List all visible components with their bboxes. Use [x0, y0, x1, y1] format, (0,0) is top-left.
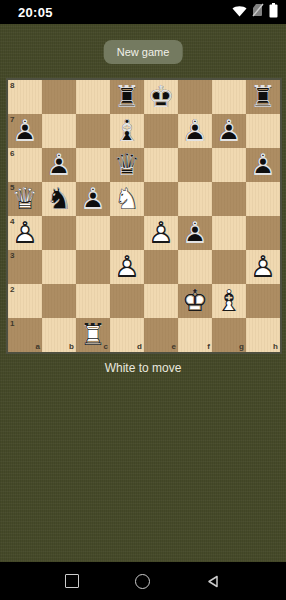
piece-outline-glyph: ♙	[76, 182, 110, 216]
square-a7[interactable]: 7♟♙	[8, 114, 42, 148]
black-pawn[interactable]: ♟♙	[178, 114, 212, 148]
piece-outline-glyph: ♙	[144, 216, 178, 250]
square-d4[interactable]	[110, 216, 144, 250]
square-e8[interactable]: ♚♔	[144, 80, 178, 114]
square-b6[interactable]: ♟♙	[42, 148, 76, 182]
piece-outline-glyph: ♙	[178, 216, 212, 250]
piece-outline-glyph: ♙	[178, 114, 212, 148]
white-king[interactable]: ♚♔	[178, 284, 212, 318]
piece-outline-glyph: ♕	[110, 148, 144, 182]
back-triangle-icon	[206, 574, 221, 589]
square-d2[interactable]	[110, 284, 144, 318]
recents-button[interactable]	[65, 574, 79, 588]
square-h3[interactable]: ♟♙	[246, 250, 280, 284]
back-button[interactable]	[206, 574, 221, 589]
square-f3[interactable]	[178, 250, 212, 284]
square-c3[interactable]	[76, 250, 110, 284]
square-b3[interactable]	[42, 250, 76, 284]
file-label: a	[36, 343, 40, 351]
square-e5[interactable]	[144, 182, 178, 216]
rank-label: 1	[10, 320, 14, 328]
square-icon	[65, 574, 79, 588]
square-c1[interactable]: c♜♖	[76, 318, 110, 352]
piece-outline-glyph: ♙	[212, 114, 246, 148]
piece-outline-glyph: ♙	[42, 148, 76, 182]
status-bar-icons	[232, 3, 278, 22]
file-label: b	[69, 343, 74, 351]
piece-outline-glyph: ♗	[212, 284, 246, 318]
square-h6[interactable]: ♟♙	[246, 148, 280, 182]
no-sim-icon	[252, 3, 264, 21]
circle-icon	[135, 574, 150, 589]
piece-outline-glyph: ♖	[110, 80, 144, 114]
file-label: h	[273, 343, 278, 351]
square-b7[interactable]	[42, 114, 76, 148]
piece-outline-glyph: ♘	[110, 182, 144, 216]
piece-outline-glyph: ♗	[110, 114, 144, 148]
square-h7[interactable]	[246, 114, 280, 148]
square-a3[interactable]: 3	[8, 250, 42, 284]
square-c4[interactable]	[76, 216, 110, 250]
square-b8[interactable]	[42, 80, 76, 114]
white-pawn[interactable]: ♟♙	[144, 216, 178, 250]
rank-label: 7	[10, 116, 14, 124]
turn-indicator: White to move	[0, 361, 286, 375]
square-h4[interactable]	[246, 216, 280, 250]
square-f6[interactable]	[178, 148, 212, 182]
square-h8[interactable]: ♜♖	[246, 80, 280, 114]
wifi-icon	[232, 3, 247, 21]
square-e6[interactable]	[144, 148, 178, 182]
square-d5[interactable]: ♞♘	[110, 182, 144, 216]
rank-label: 3	[10, 252, 14, 260]
black-rook[interactable]: ♜♖	[246, 80, 280, 114]
chess-board[interactable]: 8♜♖♚♔♜♖7♟♙♝♗♟♙♟♙6♟♙♛♕♟♙5♛♕♞♘♟♙♞♘4♟♙♟♙♟♙3…	[6, 78, 282, 354]
square-b4[interactable]	[42, 216, 76, 250]
square-c5[interactable]: ♟♙	[76, 182, 110, 216]
square-h1[interactable]: h	[246, 318, 280, 352]
piece-outline-glyph: ♙	[246, 148, 280, 182]
white-pawn[interactable]: ♟♙	[110, 250, 144, 284]
square-f8[interactable]	[178, 80, 212, 114]
square-f5[interactable]	[178, 182, 212, 216]
file-label: f	[207, 343, 210, 351]
file-label: c	[104, 343, 108, 351]
square-f2[interactable]: ♚♔	[178, 284, 212, 318]
square-a1[interactable]: 1a	[8, 318, 42, 352]
piece-outline-glyph: ♖	[246, 80, 280, 114]
square-h5[interactable]	[246, 182, 280, 216]
black-pawn[interactable]: ♟♙	[246, 148, 280, 182]
rank-label: 2	[10, 286, 14, 294]
piece-outline-glyph: ♔	[144, 80, 178, 114]
square-a5[interactable]: 5♛♕	[8, 182, 42, 216]
square-d1[interactable]: d	[110, 318, 144, 352]
black-queen[interactable]: ♛♕	[110, 148, 144, 182]
black-bishop[interactable]: ♝♗	[110, 114, 144, 148]
clock-time: 20:05	[18, 5, 53, 20]
square-f4[interactable]: ♟♙	[178, 216, 212, 250]
rank-label: 5	[10, 184, 14, 192]
square-c2[interactable]	[76, 284, 110, 318]
square-g7[interactable]: ♟♙	[212, 114, 246, 148]
square-g8[interactable]	[212, 80, 246, 114]
square-d6[interactable]: ♛♕	[110, 148, 144, 182]
piece-outline-glyph: ♙	[246, 250, 280, 284]
square-a2[interactable]: 2	[8, 284, 42, 318]
rank-label: 8	[10, 82, 14, 90]
black-pawn[interactable]: ♟♙	[178, 216, 212, 250]
black-rook[interactable]: ♜♖	[110, 80, 144, 114]
square-h2[interactable]	[246, 284, 280, 318]
square-g2[interactable]: ♝♗	[212, 284, 246, 318]
piece-outline-glyph: ♔	[178, 284, 212, 318]
square-e2[interactable]	[144, 284, 178, 318]
white-pawn[interactable]: ♟♙	[246, 250, 280, 284]
square-a4[interactable]: 4♟♙	[8, 216, 42, 250]
square-g1[interactable]: g	[212, 318, 246, 352]
file-label: d	[137, 343, 142, 351]
square-g6[interactable]	[212, 148, 246, 182]
black-pawn[interactable]: ♟♙	[76, 182, 110, 216]
square-b5[interactable]: ♞♘	[42, 182, 76, 216]
piece-outline-glyph: ♘	[42, 182, 76, 216]
square-e7[interactable]	[144, 114, 178, 148]
white-knight[interactable]: ♞♘	[110, 182, 144, 216]
black-pawn[interactable]: ♟♙	[212, 114, 246, 148]
square-e4[interactable]: ♟♙	[144, 216, 178, 250]
square-f1[interactable]: f	[178, 318, 212, 352]
new-game-button[interactable]: New game	[104, 40, 183, 64]
piece-outline-glyph: ♙	[110, 250, 144, 284]
rank-label: 4	[10, 218, 14, 226]
square-d8[interactable]: ♜♖	[110, 80, 144, 114]
square-b1[interactable]: b	[42, 318, 76, 352]
battery-icon	[269, 3, 278, 22]
file-label: g	[239, 343, 244, 351]
square-f7[interactable]: ♟♙	[178, 114, 212, 148]
square-c6[interactable]	[76, 148, 110, 182]
square-e3[interactable]	[144, 250, 178, 284]
black-king[interactable]: ♚♔	[144, 80, 178, 114]
screen: 20:05 New game 8♜♖♚♔♜♖7♟♙♝♗♟♙♟♙6♟♙♛♕♟♙5♛…	[0, 0, 286, 600]
square-b2[interactable]	[42, 284, 76, 318]
square-c7[interactable]	[76, 114, 110, 148]
white-bishop[interactable]: ♝♗	[212, 284, 246, 318]
black-pawn[interactable]: ♟♙	[42, 148, 76, 182]
home-button[interactable]	[135, 574, 150, 589]
square-d7[interactable]: ♝♗	[110, 114, 144, 148]
black-knight[interactable]: ♞♘	[42, 182, 76, 216]
square-g5[interactable]	[212, 182, 246, 216]
square-d3[interactable]: ♟♙	[110, 250, 144, 284]
status-bar: 20:05	[0, 0, 286, 24]
navigation-bar	[0, 562, 286, 600]
square-e1[interactable]: e	[144, 318, 178, 352]
square-c8[interactable]	[76, 80, 110, 114]
square-a8[interactable]: 8	[8, 80, 42, 114]
file-label: e	[172, 343, 176, 351]
square-g3[interactable]	[212, 250, 246, 284]
square-g4[interactable]	[212, 216, 246, 250]
rank-label: 6	[10, 150, 14, 158]
square-a6[interactable]: 6	[8, 148, 42, 182]
